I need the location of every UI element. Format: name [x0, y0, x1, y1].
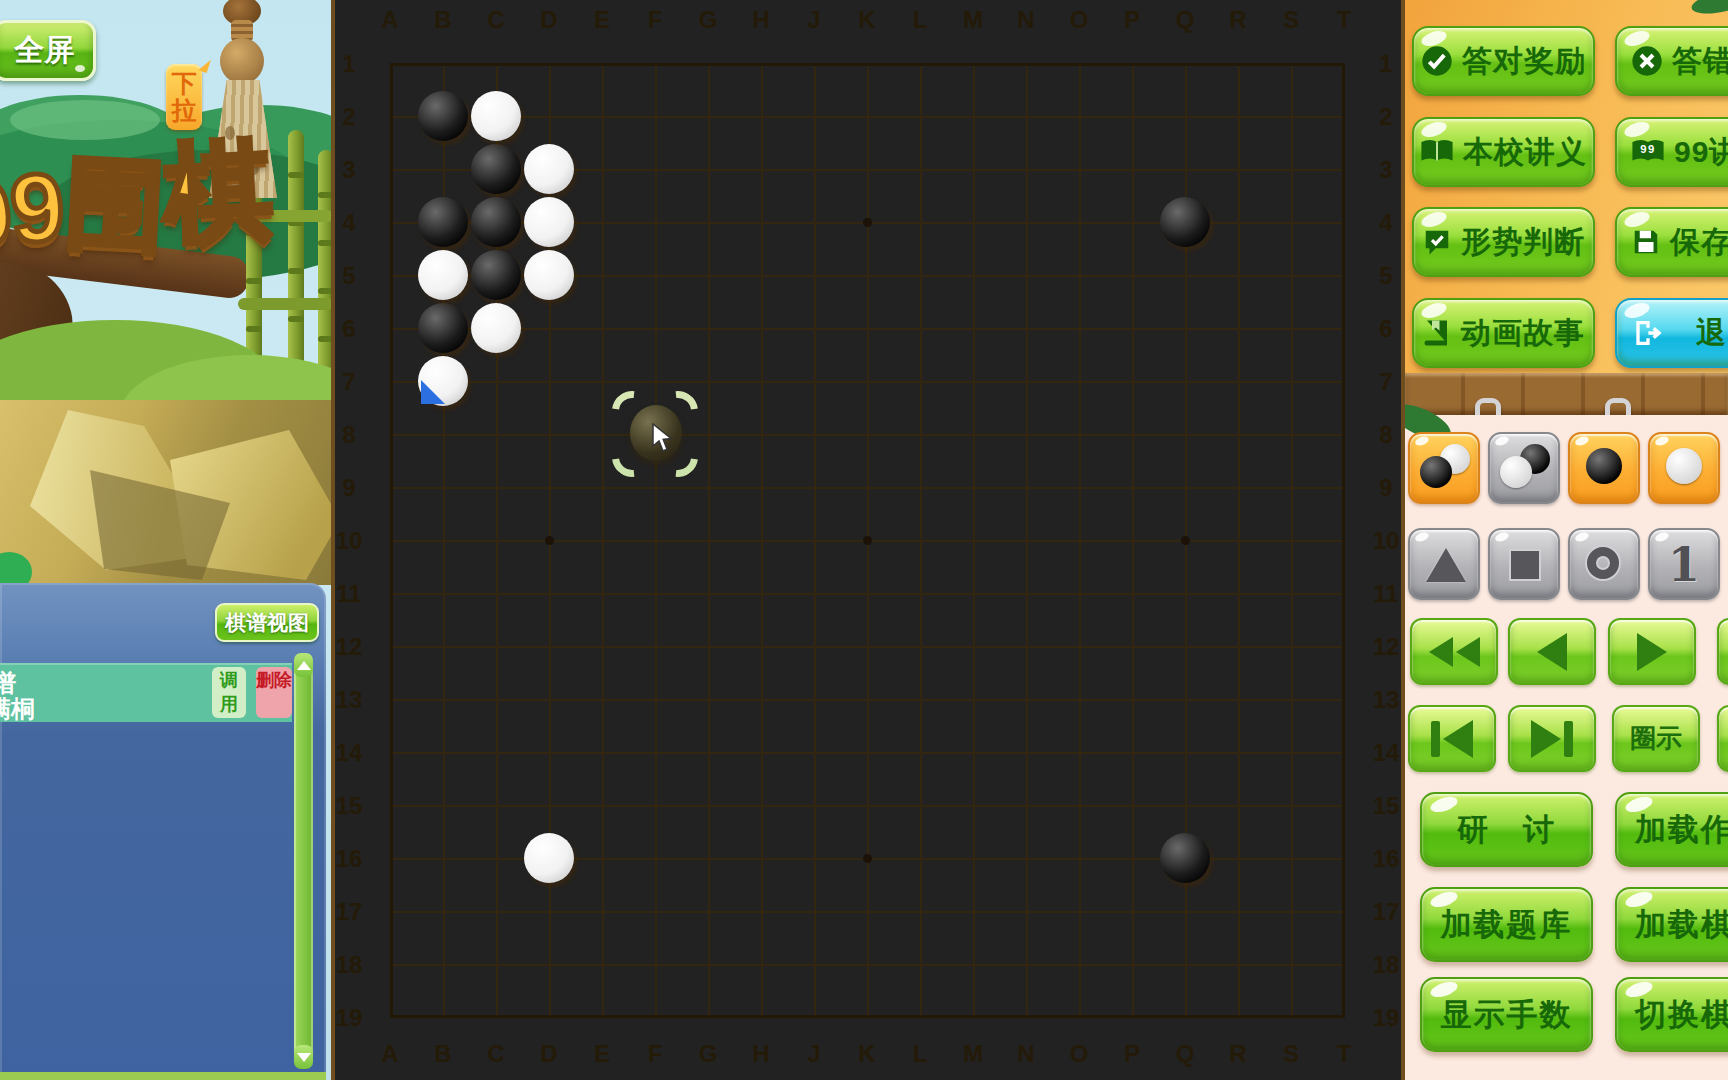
coord-number-right: 1 — [1366, 50, 1406, 78]
coord-letter-bottom: T — [1324, 1040, 1364, 1068]
star-point-D10 — [545, 536, 554, 545]
coord-number-left: 18 — [329, 951, 369, 979]
coord-number-right: 8 — [1366, 421, 1406, 449]
black-stone-B2 — [418, 91, 468, 141]
story-book-icon — [1422, 318, 1452, 348]
star-point-K16 — [863, 854, 872, 863]
coord-number-right: 5 — [1366, 262, 1406, 290]
tool-circle-marker[interactable] — [1568, 528, 1640, 600]
coord-number-left: 13 — [329, 686, 369, 714]
coord-letter-top: O — [1059, 6, 1099, 34]
coord-letter-bottom: G — [688, 1040, 728, 1068]
coord-number-left: 10 — [329, 527, 369, 555]
logo-char: 9 — [7, 151, 68, 264]
coord-number-right: 4 — [1366, 209, 1406, 237]
coord-number-left: 12 — [329, 633, 369, 661]
load-record-button[interactable]: 加载棋 — [1615, 887, 1728, 962]
white-stone-D5 — [524, 250, 574, 300]
coord-number-right: 14 — [1366, 739, 1406, 767]
tool-number-marker[interactable]: 1 — [1648, 528, 1720, 600]
show-move-numbers-button[interactable]: 显示手数 — [1420, 977, 1593, 1052]
record-scrollbar[interactable] — [294, 655, 313, 1067]
coord-number-right: 3 — [1366, 156, 1406, 184]
coord-letter-top: R — [1218, 6, 1258, 34]
coord-number-left: 11 — [329, 580, 369, 608]
coord-letter-top: L — [900, 6, 940, 34]
coord-number-right: 10 — [1366, 527, 1406, 555]
coord-letter-top: G — [688, 6, 728, 34]
coord-letter-top: S — [1271, 6, 1311, 34]
circle-icon — [1587, 547, 1619, 579]
open-book-icon — [1420, 137, 1454, 167]
white-stone-B5 — [418, 250, 468, 300]
coord-letter-top: E — [582, 6, 622, 34]
menu-section: 答对奖励 答错鼓 本校讲义 99 99讲 形势判断 保存棋 — [1405, 0, 1728, 373]
coord-letter-bottom: E — [582, 1040, 622, 1068]
white-stone-B7 — [418, 356, 468, 406]
black-stone-C5 — [471, 250, 521, 300]
coord-letter-top: P — [1112, 6, 1152, 34]
pine-highlight — [10, 100, 160, 140]
coord-letter-top: N — [1006, 6, 1046, 34]
save-record-button[interactable]: 保存棋 — [1615, 207, 1728, 277]
coord-letter-bottom: R — [1218, 1040, 1258, 1068]
coord-number-right: 16 — [1366, 845, 1406, 873]
black-stone-B4 — [418, 197, 468, 247]
star-point-K4 — [863, 218, 872, 227]
coord-letter-bottom: Q — [1165, 1040, 1205, 1068]
coord-letter-bottom: K — [847, 1040, 887, 1068]
extra-tool-button[interactable] — [1717, 705, 1728, 772]
coord-letter-top: J — [794, 6, 834, 34]
white-stone-icon — [1666, 448, 1702, 484]
black-stone-Q16 — [1160, 833, 1210, 883]
coord-number-left: 14 — [329, 739, 369, 767]
scroll-up-button[interactable] — [294, 653, 313, 677]
coord-number-left: 16 — [329, 845, 369, 873]
coord-letter-top: K — [847, 6, 887, 34]
black-stone-B6 — [418, 303, 468, 353]
coord-number-right: 7 — [1366, 368, 1406, 396]
coord-number-right: 11 — [1366, 580, 1406, 608]
white-stone-C2 — [471, 91, 521, 141]
badge-check-icon — [1422, 227, 1452, 257]
coord-number-left: 8 — [329, 421, 369, 449]
pulldown-button[interactable]: 下拉 — [166, 64, 202, 130]
coord-number-right: 13 — [1366, 686, 1406, 714]
tool-white-black-alternate[interactable] — [1488, 432, 1560, 504]
coord-letter-bottom: D — [529, 1040, 569, 1068]
lecture99-button[interactable]: 99 99讲 — [1615, 117, 1728, 187]
coord-number-right: 6 — [1366, 315, 1406, 343]
number-1-icon: 1 — [1650, 538, 1718, 592]
back-icon — [1537, 633, 1567, 671]
coord-letter-top: Q — [1165, 6, 1205, 34]
tool-triangle-marker[interactable] — [1408, 528, 1480, 600]
coord-number-left: 7 — [329, 368, 369, 396]
bamboo-crossbar — [238, 298, 331, 310]
black-stone-C4 — [471, 197, 521, 247]
record-view-button[interactable]: 棋谱视图 — [215, 603, 319, 642]
coord-letter-top: B — [423, 6, 463, 34]
invoke-button[interactable]: 调用 — [212, 667, 246, 718]
coord-number-left: 17 — [329, 898, 369, 926]
switch-board-button[interactable]: 切换棋 — [1615, 977, 1728, 1052]
blue-triangle-marker — [421, 380, 445, 404]
coord-letter-bottom: C — [476, 1040, 516, 1068]
coord-number-left: 6 — [329, 315, 369, 343]
coord-letter-bottom: P — [1112, 1040, 1152, 1068]
coord-letter-top: D — [529, 6, 569, 34]
logout-icon — [1631, 317, 1663, 349]
school-handout-button[interactable]: 本校讲义 — [1412, 117, 1595, 187]
coord-number-right: 2 — [1366, 103, 1406, 131]
up-arrow-icon — [297, 661, 311, 670]
go-last-button[interactable] — [1508, 705, 1596, 772]
coord-number-left: 9 — [329, 474, 369, 502]
right-panel: 答对奖励 答错鼓 本校讲义 99 99讲 形势判断 保存棋 — [1405, 0, 1728, 1080]
leaf-decoration — [1690, 0, 1728, 18]
tool-square-marker[interactable] — [1488, 528, 1560, 600]
coord-letter-bottom: B — [423, 1040, 463, 1068]
coord-letter-bottom: F — [635, 1040, 675, 1068]
app-logo: 99围棋 — [0, 136, 260, 276]
coord-letter-top: A — [370, 6, 410, 34]
x-circle-icon — [1631, 45, 1663, 77]
ghost-stone-preview-F8[interactable] — [610, 389, 700, 479]
white-stone-C6 — [471, 303, 521, 353]
star-point-K10 — [863, 536, 872, 545]
fast-forward-button[interactable] — [1717, 618, 1728, 685]
white-stone-D4 — [524, 197, 574, 247]
svg-text:99: 99 — [1640, 143, 1655, 155]
research-button[interactable]: 研 讨 — [1420, 792, 1593, 867]
rewind-icon — [1456, 637, 1480, 667]
coord-letter-top: T — [1324, 6, 1364, 34]
circle-show-button[interactable]: 圈示 — [1612, 705, 1700, 772]
white-stone-D16 — [524, 833, 574, 883]
coord-number-right: 19 — [1366, 1004, 1406, 1032]
load-question-bank-button[interactable]: 加载题库 — [1420, 887, 1593, 962]
coord-letter-bottom: J — [794, 1040, 834, 1068]
last-bar-icon — [1564, 721, 1573, 757]
coord-letter-top: C — [476, 6, 516, 34]
coord-letter-bottom: O — [1059, 1040, 1099, 1068]
animation-story-button[interactable]: 动画故事 — [1412, 298, 1595, 368]
rewind-icon — [1429, 637, 1453, 667]
first-icon — [1443, 720, 1473, 758]
step-forward-button[interactable] — [1608, 618, 1696, 685]
black-stone-icon — [1420, 456, 1452, 488]
triangle-icon — [1426, 548, 1466, 582]
coord-number-left: 15 — [329, 792, 369, 820]
white-stone-icon — [1500, 456, 1532, 488]
coord-number-right: 18 — [1366, 951, 1406, 979]
forward-icon — [1637, 633, 1667, 671]
coord-number-left: 1 — [329, 50, 369, 78]
coord-number-left: 5 — [329, 262, 369, 290]
coord-letter-bottom: H — [741, 1040, 781, 1068]
coord-number-right: 9 — [1366, 474, 1406, 502]
tool-white-stone[interactable] — [1648, 432, 1720, 504]
coord-number-left: 2 — [329, 103, 369, 131]
coord-letter-top: H — [741, 6, 781, 34]
record-panel: 棋谱视图 谱 满桐 调用 删除 — [0, 583, 326, 1080]
go-board-panel: AABBCCDDEEFFGGHHJJKKLLMMNNOOPPQQRRSSTT11… — [331, 0, 1405, 1080]
check-circle-icon — [1421, 45, 1453, 77]
wrong-encourage-button[interactable]: 答错鼓 — [1615, 26, 1728, 96]
coord-letter-top: M — [953, 6, 993, 34]
exit-button[interactable]: 退 — [1615, 298, 1728, 368]
star-point-Q10 — [1181, 536, 1190, 545]
mouse-cursor-icon — [652, 423, 674, 453]
coord-letter-top: F — [635, 6, 675, 34]
fullscreen-label: 全屏 — [14, 30, 74, 71]
coord-number-left: 3 — [329, 156, 369, 184]
coord-letter-bottom: M — [953, 1040, 993, 1068]
coord-number-left: 4 — [329, 209, 369, 237]
wooden-shelf — [1405, 373, 1728, 415]
last-icon — [1531, 720, 1561, 758]
delete-button[interactable]: 删除 — [256, 667, 292, 718]
square-icon — [1509, 549, 1541, 581]
coord-letter-bottom: L — [900, 1040, 940, 1068]
black-stone-Q4 — [1160, 197, 1210, 247]
coord-number-right: 17 — [1366, 898, 1406, 926]
coord-letter-bottom: A — [370, 1040, 410, 1068]
down-arrow-icon — [297, 1053, 311, 1062]
white-stone-D3 — [524, 144, 574, 194]
pulldown-label: 下拉 — [171, 70, 197, 124]
logo-char: 围 — [61, 136, 168, 276]
app-root: 99围棋 全屏 下拉 AABBCCDDEEFFGGHHJJKKLLMMNNOOP… — [0, 0, 1728, 1080]
coord-number-left: 19 — [329, 1004, 369, 1032]
first-bar-icon — [1431, 721, 1440, 757]
coord-letter-bottom: S — [1271, 1040, 1311, 1068]
book-99-icon: 99 — [1631, 137, 1665, 167]
situation-judge-button[interactable]: 形势判断 — [1412, 207, 1595, 277]
save-icon — [1631, 227, 1661, 257]
load-homework-button[interactable]: 加载作 — [1615, 792, 1728, 867]
black-stone-C3 — [471, 144, 521, 194]
logo-char: 棋 — [160, 117, 275, 268]
tool-black-stone[interactable] — [1568, 432, 1640, 504]
go-first-button[interactable] — [1408, 705, 1496, 772]
tool-black-white-alternate[interactable] — [1408, 432, 1480, 504]
record-item-line2: 满桐 — [0, 693, 35, 722]
record-list-item[interactable]: 谱 满桐 调用 删除 — [0, 663, 292, 722]
black-stone-icon — [1586, 448, 1622, 484]
rewind-button[interactable] — [1410, 618, 1498, 685]
go-board-grid[interactable] — [390, 63, 1345, 1018]
fullscreen-button[interactable]: 全屏 — [0, 20, 96, 81]
tools-section: 1 圈示 — [1405, 415, 1728, 1080]
correct-reward-button[interactable]: 答对奖励 — [1412, 26, 1595, 96]
step-back-button[interactable] — [1508, 618, 1596, 685]
coord-number-right: 15 — [1366, 792, 1406, 820]
scroll-down-button[interactable] — [294, 1045, 313, 1069]
coord-letter-bottom: N — [1006, 1040, 1046, 1068]
coord-number-right: 12 — [1366, 633, 1406, 661]
panel-bottom-strip — [0, 1072, 326, 1080]
